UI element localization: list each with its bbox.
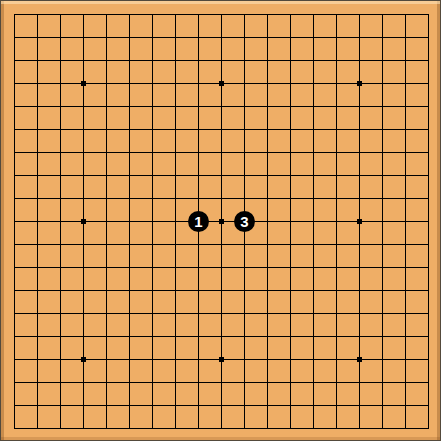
- go-board: 13: [0, 0, 441, 441]
- hoshi-point-K10: [219, 219, 224, 224]
- hoshi-point-K16: [219, 81, 224, 86]
- hoshi-point-Q16: [357, 81, 362, 86]
- hoshi-point-D4: [81, 357, 86, 362]
- hoshi-point-Q10: [357, 219, 362, 224]
- hoshi-point-D16: [81, 81, 86, 86]
- hoshi-point-D10: [81, 219, 86, 224]
- hoshi-point-K4: [219, 357, 224, 362]
- hoshi-point-Q4: [357, 357, 362, 362]
- stone-black-1-J10: 1: [188, 211, 209, 232]
- stone-black-3-L10: 3: [234, 211, 255, 232]
